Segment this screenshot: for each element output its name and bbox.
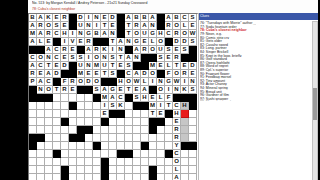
grid-cell[interactable]	[189, 158, 197, 166]
grid-cell[interactable]	[45, 166, 53, 174]
grid-cell[interactable]: A	[117, 38, 125, 46]
grid-cell[interactable]: R	[173, 126, 181, 134]
grid-cell[interactable]: O	[133, 30, 141, 38]
grid-cell[interactable]	[37, 110, 45, 118]
grid-cell[interactable]	[45, 158, 53, 166]
grid-cell[interactable]	[117, 126, 125, 134]
grid-cell[interactable]: M	[149, 62, 157, 70]
grid-cell[interactable]	[165, 158, 173, 166]
grid-cell[interactable]: A	[37, 30, 45, 38]
grid-cell[interactable]: O	[157, 86, 165, 94]
grid-cell[interactable]: E	[157, 110, 165, 118]
grid-cell[interactable]: A	[101, 86, 109, 94]
grid-cell[interactable]	[61, 142, 69, 150]
grid-cell[interactable]: S	[157, 54, 165, 62]
grid-cell[interactable]: I	[149, 78, 157, 86]
grid-cell[interactable]: I	[181, 78, 189, 86]
grid-cell[interactable]: E	[173, 118, 181, 126]
grid-cell[interactable]: S	[109, 70, 117, 78]
grid-cell[interactable]	[85, 134, 93, 142]
grid-cell[interactable]: D	[173, 38, 181, 46]
grid-cell[interactable]: H	[173, 110, 181, 118]
grid-cell[interactable]	[101, 150, 109, 158]
grid-cell[interactable]	[189, 174, 197, 180]
grid-cell[interactable]	[141, 174, 149, 180]
grid-cell[interactable]: W	[133, 78, 141, 86]
grid-cell[interactable]	[69, 126, 77, 134]
grid-cell[interactable]: D	[85, 78, 93, 86]
grid-cell[interactable]	[53, 158, 61, 166]
grid-cell[interactable]	[117, 118, 125, 126]
grid-cell[interactable]: T	[165, 102, 173, 110]
grid-cell[interactable]	[69, 166, 77, 174]
grid-cell[interactable]	[37, 118, 45, 126]
grid-cell[interactable]: O	[45, 86, 53, 94]
grid-cell[interactable]	[181, 134, 189, 142]
grid-cell[interactable]	[29, 102, 37, 110]
grid-cell[interactable]	[37, 150, 45, 158]
grid-cell[interactable]: K	[45, 14, 53, 22]
grid-cell[interactable]: T	[173, 62, 181, 70]
grid-cell[interactable]: L	[37, 38, 45, 46]
grid-cell[interactable]: B	[133, 14, 141, 22]
grid-cell[interactable]: E	[189, 22, 197, 30]
grid-cell[interactable]	[77, 150, 85, 158]
grid-cell[interactable]	[61, 110, 69, 118]
grid-cell[interactable]	[181, 174, 189, 180]
grid-cell[interactable]: B	[173, 14, 181, 22]
grid-cell[interactable]: O	[149, 70, 157, 78]
grid-cell[interactable]	[125, 118, 133, 126]
grid-cell[interactable]: C	[45, 78, 53, 86]
grid-cell[interactable]	[37, 142, 45, 150]
grid-cell[interactable]: D	[141, 70, 149, 78]
grid-cell[interactable]: N	[85, 22, 93, 30]
grid-cell[interactable]	[133, 158, 141, 166]
grid-cell[interactable]: E	[45, 38, 53, 46]
grid-cell[interactable]	[61, 134, 69, 142]
grid-cell[interactable]	[69, 94, 77, 102]
grid-cell[interactable]	[93, 134, 101, 142]
grid-cell[interactable]	[109, 158, 117, 166]
grid-cell[interactable]	[189, 118, 197, 126]
grid-cell[interactable]	[189, 166, 197, 174]
grid-cell[interactable]	[53, 166, 61, 174]
grid-cell[interactable]: A	[141, 86, 149, 94]
grid-cell[interactable]: E	[101, 110, 109, 118]
grid-cell[interactable]	[133, 118, 141, 126]
grid-cell[interactable]: A	[101, 30, 109, 38]
grid-cell[interactable]	[85, 118, 93, 126]
grid-cell[interactable]: E	[53, 14, 61, 22]
grid-cell[interactable]: R	[45, 30, 53, 38]
grid-cell[interactable]: R	[69, 78, 77, 86]
grid-cell[interactable]: E	[69, 86, 77, 94]
grid-cell[interactable]: S	[109, 54, 117, 62]
grid-cell[interactable]	[165, 118, 173, 126]
grid-cell[interactable]: E	[101, 14, 109, 22]
grid-cell[interactable]	[133, 142, 141, 150]
grid-cell[interactable]	[85, 174, 93, 180]
grid-cell[interactable]: D	[61, 62, 69, 70]
grid-cell[interactable]	[69, 118, 77, 126]
grid-cell[interactable]: A	[133, 70, 141, 78]
grid-cell[interactable]	[189, 126, 197, 134]
grid-cell[interactable]	[69, 142, 77, 150]
grid-cell[interactable]: C	[37, 62, 45, 70]
grid-cell[interactable]: S	[53, 22, 61, 30]
grid-cell[interactable]: S	[109, 102, 117, 110]
grid-cell[interactable]: R	[181, 70, 189, 78]
grid-cell[interactable]: E	[69, 46, 77, 54]
grid-cell[interactable]	[133, 134, 141, 142]
grid-cell[interactable]	[61, 102, 69, 110]
grid-cell[interactable]	[165, 174, 173, 180]
grid-cell[interactable]	[157, 126, 165, 134]
grid-cell[interactable]	[77, 158, 85, 166]
grid-cell[interactable]	[61, 158, 69, 166]
grid-cell[interactable]: A	[29, 22, 37, 30]
grid-cell[interactable]	[29, 166, 37, 174]
grid-cell[interactable]	[29, 110, 37, 118]
grid-cell[interactable]: A	[149, 14, 157, 22]
grid-cell[interactable]	[117, 166, 125, 174]
grid-cell[interactable]	[125, 142, 133, 150]
grid-cell[interactable]	[117, 158, 125, 166]
grid-cell[interactable]	[133, 126, 141, 134]
grid-cell[interactable]: E	[53, 62, 61, 70]
grid-cell[interactable]: S	[77, 54, 85, 62]
grid-cell[interactable]: D	[189, 62, 197, 70]
grid-cell[interactable]: O	[37, 54, 45, 62]
grid-cell[interactable]	[69, 150, 77, 158]
grid-cell[interactable]	[189, 134, 197, 142]
grid-cell[interactable]: M	[149, 102, 157, 110]
grid-cell[interactable]	[45, 102, 53, 110]
grid-cell[interactable]	[165, 134, 173, 142]
grid-cell[interactable]: O	[125, 78, 133, 86]
grid-cell[interactable]	[45, 150, 53, 158]
grid-cell[interactable]: C	[53, 54, 61, 62]
grid-cell[interactable]: U	[77, 22, 85, 30]
grid-cell[interactable]	[61, 126, 69, 134]
grid-cell[interactable]	[181, 126, 189, 134]
grid-cell[interactable]	[141, 166, 149, 174]
grid-cell[interactable]: N	[157, 78, 165, 86]
grid-cell[interactable]	[53, 118, 61, 126]
grid-cell[interactable]	[109, 126, 117, 134]
grid-cell[interactable]: O	[45, 22, 53, 30]
grid-cell[interactable]: T	[125, 86, 133, 94]
grid-cell[interactable]	[37, 126, 45, 134]
grid-cell[interactable]: L	[157, 94, 165, 102]
grid-cell[interactable]: R	[61, 14, 69, 22]
grid-cell[interactable]: F	[165, 94, 173, 102]
grid-cell[interactable]: O	[149, 46, 157, 54]
grid-cell[interactable]	[125, 134, 133, 142]
grid-cell[interactable]	[101, 134, 109, 142]
grid-cell[interactable]: O	[181, 30, 189, 38]
grid-cell[interactable]: R	[173, 54, 181, 62]
grid-cell[interactable]	[93, 158, 101, 166]
grid-cell[interactable]	[53, 174, 61, 180]
grid-cell[interactable]: L	[141, 78, 149, 86]
grid-cell[interactable]: H	[181, 102, 189, 110]
grid-cell[interactable]: O	[173, 70, 181, 78]
grid-cell[interactable]: I	[93, 22, 101, 30]
grid-cell[interactable]	[101, 126, 109, 134]
grid-cell[interactable]: E	[37, 70, 45, 78]
grid-cell[interactable]: L	[149, 38, 157, 46]
grid-cell[interactable]	[85, 142, 93, 150]
grid-cell[interactable]: A	[85, 46, 93, 54]
grid-cell[interactable]: C	[125, 70, 133, 78]
grid-cell[interactable]: K	[117, 102, 125, 110]
grid-cell[interactable]	[61, 150, 69, 158]
grid-cell[interactable]: U	[141, 30, 149, 38]
grid-cell[interactable]	[181, 150, 189, 158]
grid-cell[interactable]: M	[101, 94, 109, 102]
grid-cell[interactable]: T	[109, 38, 117, 46]
grid-cell[interactable]	[69, 110, 77, 118]
grid-cell[interactable]: K	[181, 86, 189, 94]
grid-cell[interactable]	[117, 174, 125, 180]
grid-cell[interactable]	[133, 174, 141, 180]
grid-cell[interactable]	[157, 134, 165, 142]
grid-cell[interactable]	[93, 110, 101, 118]
grid-cell[interactable]	[109, 142, 117, 150]
grid-cell[interactable]	[157, 150, 165, 158]
grid-cell[interactable]	[181, 166, 189, 174]
grid-cell[interactable]: E	[181, 62, 189, 70]
grid-cell[interactable]: O	[93, 54, 101, 62]
clue-list-scrollbar[interactable]	[312, 21, 318, 180]
grid-cell[interactable]: T	[125, 30, 133, 38]
grid-cell[interactable]: M	[29, 30, 37, 38]
grid-cell[interactable]: N	[117, 46, 125, 54]
grid-cell[interactable]	[45, 110, 53, 118]
grid-cell[interactable]: G	[149, 30, 157, 38]
grid-cell[interactable]	[125, 174, 133, 180]
grid-cell[interactable]	[109, 150, 117, 158]
grid-cell[interactable]	[53, 102, 61, 110]
grid-cell[interactable]	[53, 126, 61, 134]
grid-cell[interactable]: P	[29, 78, 37, 86]
grid-cell[interactable]: T	[149, 110, 157, 118]
grid-cell[interactable]: A	[125, 54, 133, 62]
grid-cell[interactable]: E	[165, 54, 173, 62]
grid-cell[interactable]	[93, 150, 101, 158]
grid-cell[interactable]: T	[45, 62, 53, 70]
grid-cell[interactable]	[45, 174, 53, 180]
grid-cell[interactable]: B	[93, 30, 101, 38]
grid-cell[interactable]: S	[189, 86, 197, 94]
grid-cell[interactable]	[181, 158, 189, 166]
grid-cell[interactable]: E	[61, 54, 69, 62]
grid-cell[interactable]	[141, 126, 149, 134]
grid-cell[interactable]	[149, 158, 157, 166]
grid-cell[interactable]: H	[141, 94, 149, 102]
grid-cell[interactable]: C	[117, 94, 125, 102]
grid-cell[interactable]: N	[101, 54, 109, 62]
grid-cell[interactable]	[125, 126, 133, 134]
grid-cell[interactable]: N	[109, 30, 117, 38]
grid-cell[interactable]: R	[173, 30, 181, 38]
grid-cell[interactable]	[157, 142, 165, 150]
grid-cell[interactable]	[53, 110, 61, 118]
grid-cell[interactable]: A	[37, 14, 45, 22]
grid-cell[interactable]: S	[69, 54, 77, 62]
cursor-cell[interactable]	[181, 110, 189, 118]
grid-cell[interactable]: E	[149, 94, 157, 102]
grid-cell[interactable]: N	[85, 62, 93, 70]
grid-cell[interactable]: T	[125, 22, 133, 30]
grid-cell[interactable]: W	[173, 78, 181, 86]
grid-cell[interactable]	[85, 110, 93, 118]
grid-cell[interactable]: R	[133, 22, 141, 30]
grid-cell[interactable]: N	[93, 14, 101, 22]
grid-cell[interactable]	[133, 110, 141, 118]
grid-cell[interactable]: V	[69, 38, 77, 46]
grid-cell[interactable]	[117, 142, 125, 150]
grid-cell[interactable]	[77, 110, 85, 118]
grid-cell[interactable]: E	[77, 38, 85, 46]
grid-cell[interactable]	[109, 166, 117, 174]
grid-cell[interactable]	[45, 118, 53, 126]
grid-cell[interactable]: G	[85, 30, 93, 38]
clue-list[interactable]: 76: "Tuesdays with Morrie" author ___ Al…	[200, 21, 256, 101]
grid-cell[interactable]: I	[165, 86, 173, 94]
grid-cell[interactable]	[85, 158, 93, 166]
grid-cell[interactable]: C	[165, 30, 173, 38]
grid-cell[interactable]: M	[77, 70, 85, 78]
grid-cell[interactable]	[37, 166, 45, 174]
grid-cell[interactable]: H	[157, 30, 165, 38]
grid-cell[interactable]: S	[133, 94, 141, 102]
grid-cell[interactable]: O	[77, 78, 85, 86]
grid-cell[interactable]: A	[45, 46, 53, 54]
grid-cell[interactable]: O	[173, 158, 181, 166]
grid-cell[interactable]	[157, 158, 165, 166]
grid-cell[interactable]: I	[101, 102, 109, 110]
grid-cell[interactable]: R	[37, 22, 45, 30]
grid-cell[interactable]: W	[189, 30, 197, 38]
grid-cell[interactable]	[85, 94, 93, 102]
grid-cell[interactable]	[93, 118, 101, 126]
grid-cell[interactable]: I	[157, 102, 165, 110]
grid-cell[interactable]	[133, 150, 141, 158]
grid-cell[interactable]	[77, 166, 85, 174]
grid-cell[interactable]	[61, 94, 69, 102]
grid-cell[interactable]: U	[157, 46, 165, 54]
grid-cell[interactable]	[93, 174, 101, 180]
grid-cell[interactable]	[141, 110, 149, 118]
grid-cell[interactable]	[125, 166, 133, 174]
grid-cell[interactable]	[53, 134, 61, 142]
grid-cell[interactable]	[141, 150, 149, 158]
grid-cell[interactable]	[85, 166, 93, 174]
grid-cell[interactable]: K	[101, 46, 109, 54]
grid-cell[interactable]	[37, 174, 45, 180]
grid-cell[interactable]: T	[117, 54, 125, 62]
grid-cell[interactable]: E	[61, 22, 69, 30]
grid-cell[interactable]	[29, 126, 37, 134]
grid-cell[interactable]: O	[93, 78, 101, 86]
grid-cell[interactable]	[157, 166, 165, 174]
grid-cell[interactable]: T	[53, 86, 61, 94]
grid-cell[interactable]: N	[125, 38, 133, 46]
grid-cell[interactable]	[109, 118, 117, 126]
grid-cell[interactable]: T	[101, 22, 109, 30]
grid-cell[interactable]: U	[101, 62, 109, 70]
grid-cell[interactable]: F	[165, 70, 173, 78]
grid-cell[interactable]	[77, 174, 85, 180]
grid-cell[interactable]: N	[45, 54, 53, 62]
grid-cell[interactable]	[29, 174, 37, 180]
grid-cell[interactable]	[45, 134, 53, 142]
crossword-grid[interactable]: BAKERDINEDABBAABCSAROSEUNITETRANROLEMARC…	[28, 13, 197, 180]
grid-cell[interactable]: F	[61, 78, 69, 86]
grid-cell[interactable]	[157, 174, 165, 180]
grid-cell[interactable]: B	[141, 14, 149, 22]
grid-cell[interactable]: E	[117, 62, 125, 70]
grid-cell[interactable]	[149, 142, 157, 150]
grid-cell[interactable]	[53, 142, 61, 150]
grid-cell[interactable]: I	[61, 38, 69, 46]
grid-cell[interactable]	[53, 94, 61, 102]
grid-cell[interactable]: N	[173, 86, 181, 94]
grid-cell[interactable]: G	[109, 86, 117, 94]
grid-cell[interactable]: I	[109, 46, 117, 54]
grid-cell[interactable]	[109, 134, 117, 142]
grid-cell[interactable]: E	[141, 38, 149, 46]
grid-cell[interactable]: R	[29, 70, 37, 78]
grid-cell[interactable]: R	[173, 134, 181, 142]
grid-cell[interactable]	[117, 134, 125, 142]
grid-cell[interactable]: E	[173, 46, 181, 54]
grid-cell[interactable]	[77, 118, 85, 126]
grid-cell[interactable]	[77, 102, 85, 110]
grid-cell[interactable]: L	[173, 166, 181, 174]
grid-cell[interactable]	[109, 174, 117, 180]
grid-cell[interactable]	[141, 158, 149, 166]
grid-cell[interactable]: N	[77, 30, 85, 38]
grid-cell[interactable]	[69, 174, 77, 180]
grid-cell[interactable]	[141, 134, 149, 142]
grid-cell[interactable]	[189, 150, 197, 158]
grid-cell[interactable]: C	[29, 54, 37, 62]
grid-cell[interactable]: B	[29, 14, 37, 22]
grid-cell[interactable]: C	[181, 14, 189, 22]
grid-cell[interactable]: S	[189, 38, 197, 46]
grid-cell[interactable]: N	[149, 22, 157, 30]
grid-cell[interactable]: R	[85, 38, 93, 46]
grid-cell[interactable]	[37, 102, 45, 110]
grid-cell[interactable]: A	[109, 94, 117, 102]
grid-cell[interactable]: T	[101, 70, 109, 78]
grid-cell[interactable]: N	[133, 54, 141, 62]
grid-cell[interactable]: E	[133, 86, 141, 94]
grid-cell[interactable]: R	[141, 46, 149, 54]
grid-cell[interactable]: A	[45, 70, 53, 78]
grid-cell[interactable]	[181, 118, 189, 126]
grid-cell[interactable]: M	[93, 62, 101, 70]
grid-cell[interactable]	[85, 150, 93, 158]
grid-cell[interactable]: C	[53, 30, 61, 38]
grid-cell[interactable]: U	[77, 62, 85, 70]
grid-cell[interactable]: R	[61, 86, 69, 94]
grid-cell[interactable]: R	[61, 46, 69, 54]
